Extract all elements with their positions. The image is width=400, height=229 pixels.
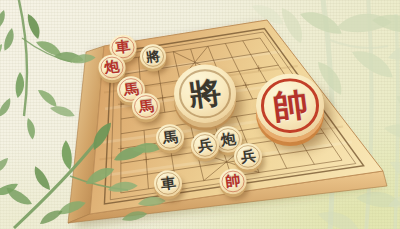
piece-character: 將 xyxy=(145,49,161,64)
piece-character: 車 xyxy=(115,40,132,56)
piece-character: 馬 xyxy=(138,99,155,115)
piece-character: 馬 xyxy=(162,130,179,146)
piece-black-soldier-1[interactable]: 兵 xyxy=(191,132,219,158)
piece-character: 炮 xyxy=(220,132,237,148)
piece-black-chariot[interactable]: 車 xyxy=(154,170,182,196)
piece-red-general-large[interactable]: 帥 xyxy=(256,74,324,138)
piece-black-general-small[interactable]: 將 xyxy=(140,44,166,68)
piece-red-general-small[interactable]: 帥 xyxy=(220,169,247,194)
piece-black-soldier-2[interactable]: 兵 xyxy=(234,143,262,169)
piece-red-cannon[interactable]: 炮 xyxy=(99,55,126,80)
xiangqi-splash-scene: 車將炮馬馬將帥馬炮兵兵車帥 xyxy=(0,0,400,229)
piece-character: 炮 xyxy=(104,60,121,76)
piece-black-horse[interactable]: 馬 xyxy=(156,124,184,150)
piece-character: 兵 xyxy=(240,149,257,165)
piece-character: 車 xyxy=(160,176,177,192)
piece-character: 帥 xyxy=(225,174,242,190)
piece-character: 將 xyxy=(187,77,223,111)
piece-red-horse-2[interactable]: 馬 xyxy=(132,93,160,119)
piece-black-general-large[interactable]: 將 xyxy=(174,65,236,123)
piece-character: 帥 xyxy=(270,87,309,124)
pieces-layer: 車將炮馬馬將帥馬炮兵兵車帥 xyxy=(0,0,400,229)
piece-character: 兵 xyxy=(197,138,214,154)
